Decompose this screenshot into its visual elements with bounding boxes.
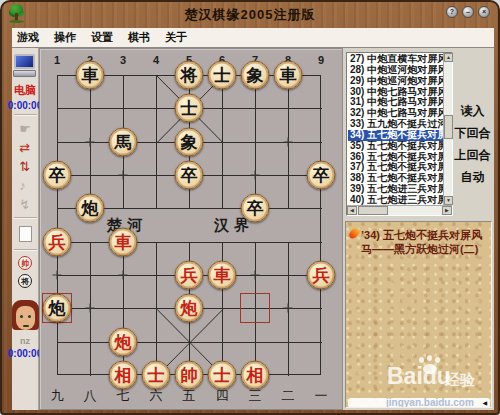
- black-cannon-piece[interactable]: 炮: [43, 294, 72, 323]
- close-button[interactable]: ×: [478, 6, 490, 18]
- black-chariot-piece[interactable]: 車: [76, 61, 105, 90]
- red-cannon-piece[interactable]: 炮: [109, 327, 138, 356]
- star-point: [119, 271, 128, 280]
- player-avatar: [12, 300, 39, 334]
- black-soldier-piece[interactable]: 卒: [241, 194, 270, 223]
- hand-icon[interactable]: ☛: [19, 119, 31, 138]
- black-general-icon[interactable]: 将: [18, 274, 32, 288]
- file-label-bottom: 五: [183, 387, 196, 405]
- app-window: 楚汉棋缘2005注册版 ?–× 游戏操作设置棋书关于 电脑 0:00:00 ☛⇄…: [0, 0, 500, 415]
- opening-book-list: 27) 中炮直横车对屏风马28) 中炮巡河炮对屏风马29) 中炮巡河炮对屏风马3…: [346, 52, 453, 216]
- black-elephant-piece[interactable]: 象: [241, 61, 270, 90]
- menu-operation[interactable]: 操作: [52, 29, 78, 46]
- move-list-item[interactable]: 31) 中炮七路马对屏风马: [348, 97, 444, 108]
- file-label-bottom: 八: [84, 387, 97, 405]
- move-list-item[interactable]: 38) 五七炮不挺兵对屏风马: [348, 173, 444, 184]
- red-general-piece[interactable]: 帥: [175, 361, 204, 390]
- help-button[interactable]: ?: [446, 6, 458, 18]
- scroll-down-icon[interactable]: ▼: [444, 196, 453, 205]
- black-soldier-piece[interactable]: 卒: [43, 161, 72, 190]
- up-down-arrows-icon[interactable]: ⇅: [19, 157, 31, 176]
- red-soldier-piece[interactable]: 兵: [307, 261, 336, 290]
- move-list-item[interactable]: 37) 五七炮不挺兵对屏风马: [348, 162, 444, 173]
- right-panel: 27) 中炮直横车对屏风马28) 中炮巡河炮对屏风马29) 中炮巡河炮对屏风马3…: [343, 48, 494, 410]
- red-cannon-piece[interactable]: 炮: [175, 294, 204, 323]
- star-point: [86, 137, 95, 146]
- book-info-panel: ’34) 五七炮不挺兵对屏风马——黑方跃炮过河(二) Baidu 经验 ◀ ji…: [345, 221, 492, 408]
- red-elephant-piece[interactable]: 相: [241, 361, 270, 390]
- scroll-up-icon[interactable]: ▲: [444, 53, 453, 62]
- star-point: [284, 304, 293, 313]
- star-point: [119, 171, 128, 180]
- file-label-top: 9: [318, 54, 324, 66]
- file-label-bottom: 四: [216, 387, 229, 405]
- black-chariot-piece[interactable]: 車: [274, 61, 303, 90]
- swap-arrows-icon[interactable]: ⇄: [19, 138, 31, 157]
- black-cannon-piece[interactable]: 炮: [76, 194, 105, 223]
- file-label-bottom: 六: [150, 387, 163, 405]
- file-label-bottom: 九: [51, 387, 64, 405]
- menu-about[interactable]: 关于: [163, 29, 189, 46]
- scroll-left-icon[interactable]: ◀: [347, 206, 357, 215]
- black-advisor-piece[interactable]: 士: [208, 61, 237, 90]
- sidebar: 电脑 0:00:00 ☛⇄⇅♪↯ 帅 将 nz 0:00:00: [12, 48, 39, 410]
- star-point: [284, 137, 293, 146]
- client-area: 电脑 0:00:00 ☛⇄⇅♪↯ 帅 将 nz 0:00:00 12345678…: [12, 48, 494, 410]
- red-soldier-piece[interactable]: 兵: [175, 261, 204, 290]
- star-point: [251, 171, 260, 180]
- move-list-item[interactable]: 34) 五七炮不挺兵对屏风马: [348, 130, 444, 141]
- red-soldier-piece[interactable]: 兵: [43, 227, 72, 256]
- baidu-watermark-url: jingyan.baidu.com: [386, 397, 474, 408]
- file-label-bottom: 二: [282, 387, 295, 405]
- move-list-item[interactable]: 36) 五七炮不挺兵对屏风马: [348, 152, 444, 163]
- move-list-item[interactable]: 35) 五七炮不挺兵对屏风马: [348, 141, 444, 152]
- book-title: ’34) 五七炮不挺兵对屏风马——黑方跃炮过河(二): [348, 228, 491, 256]
- player-name: nz: [20, 336, 30, 346]
- black-advisor-piece[interactable]: 士: [175, 94, 204, 123]
- move-list-item[interactable]: 39) 五七炮进三兵对屏风马: [348, 184, 444, 195]
- black-elephant-piece[interactable]: 象: [175, 127, 204, 156]
- computer-icon: [13, 54, 37, 80]
- red-advisor-piece[interactable]: 士: [142, 361, 171, 390]
- zigzag-arrow-icon[interactable]: ↯: [19, 195, 31, 214]
- red-chariot-piece[interactable]: 車: [109, 227, 138, 256]
- baidu-watermark-suffix: 经验: [445, 371, 475, 390]
- window-title: 楚汉棋缘2005注册版: [2, 6, 498, 24]
- horizontal-scroll-thumb[interactable]: [358, 206, 388, 215]
- file-label-bottom: 一: [315, 387, 328, 405]
- next-round-button[interactable]: 下回合: [451, 122, 494, 144]
- note-icon[interactable]: ♪: [19, 176, 31, 195]
- notation-page-icon[interactable]: [19, 226, 32, 242]
- red-chariot-piece[interactable]: 車: [208, 261, 237, 290]
- file-label-top: 4: [153, 54, 159, 66]
- file-label-top: 1: [54, 54, 60, 66]
- move-list-item[interactable]: 33) 五九炮不挺兵过河车: [348, 119, 444, 130]
- star-point: [53, 271, 62, 280]
- auto-button[interactable]: 自动: [451, 166, 494, 188]
- xiangqi-board[interactable]: 123456789 楚河 汉界 車将士象車士馬象卒卒卒炮卒炮兵車兵車兵炮炮相士帥…: [39, 48, 343, 410]
- black-horse-piece[interactable]: 馬: [109, 127, 138, 156]
- menu-settings[interactable]: 设置: [89, 29, 115, 46]
- move-list-item[interactable]: 28) 中炮巡河炮对屏风马: [348, 65, 444, 76]
- move-list-item[interactable]: 29) 中炮巡河炮对屏风马: [348, 76, 444, 87]
- star-point: [86, 304, 95, 313]
- red-elephant-piece[interactable]: 相: [109, 361, 138, 390]
- title-bar: 楚汉棋缘2005注册版 ?–×: [2, 2, 498, 27]
- red-general-icon[interactable]: 帅: [18, 256, 32, 270]
- file-label-bottom: 三: [249, 387, 262, 405]
- baidu-watermark: Baidu: [387, 363, 451, 390]
- menu-game[interactable]: 游戏: [15, 29, 41, 46]
- last-move-highlight: [240, 293, 270, 323]
- file-label-top: 3: [120, 54, 126, 66]
- move-list-item[interactable]: 30) 中炮七路马对屏风马: [348, 87, 444, 98]
- star-point: [251, 271, 260, 280]
- scroll-right-icon[interactable]: ▶: [442, 206, 452, 215]
- minimize-button[interactable]: –: [462, 6, 474, 18]
- strip-arrow-icon: ◀: [482, 400, 487, 406]
- load-button[interactable]: 读入: [451, 100, 494, 122]
- computer-label: 电脑: [14, 83, 36, 98]
- black-general-piece[interactable]: 将: [175, 61, 204, 90]
- computer-timer: 0:00:00: [8, 100, 42, 111]
- move-list-item[interactable]: 27) 中炮直横车对屏风马: [348, 54, 444, 65]
- black-soldier-piece[interactable]: 卒: [307, 161, 336, 190]
- player-timer: 0:00:00: [8, 348, 42, 359]
- menu-book[interactable]: 棋书: [126, 29, 152, 46]
- red-advisor-piece[interactable]: 士: [208, 361, 237, 390]
- black-soldier-piece[interactable]: 卒: [175, 161, 204, 190]
- move-list-item[interactable]: 32) 中炮七路马对屏风马: [348, 108, 444, 119]
- horizontal-scrollbar[interactable]: ◀ ▶: [347, 205, 452, 215]
- menu-bar: 游戏操作设置棋书关于: [12, 28, 494, 48]
- file-label-bottom: 七: [117, 387, 130, 405]
- prev-round-button[interactable]: 上回合: [451, 144, 494, 166]
